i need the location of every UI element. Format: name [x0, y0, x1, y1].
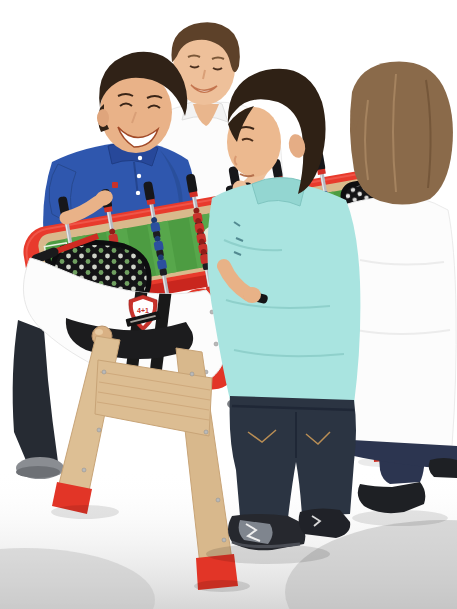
turquoise-torso: [207, 181, 360, 404]
figure-blue: [153, 241, 164, 252]
figure-blue: [157, 259, 168, 270]
figure-blue: [150, 222, 161, 233]
turquoise-hand: [243, 287, 261, 303]
girl-shoe-right: [429, 458, 457, 478]
polo-chest-logo: [112, 182, 118, 188]
polo-button: [137, 174, 141, 178]
product-photo: 4+1: [0, 0, 457, 609]
blue-polo-ear: [97, 109, 109, 127]
badge-text: 4+1: [137, 307, 149, 314]
screw: [214, 342, 218, 346]
polo-button: [138, 156, 142, 160]
figure-legs: [159, 268, 167, 276]
polo-button: [136, 191, 140, 195]
